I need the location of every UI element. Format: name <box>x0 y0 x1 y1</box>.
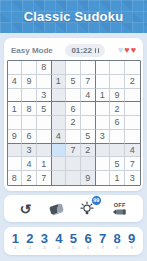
numpad-key-5[interactable]: 55 <box>70 232 77 250</box>
numpad-count: 3 <box>43 246 45 250</box>
numpad-key-2[interactable]: 22 <box>26 232 33 250</box>
timer-value: 01:22 <box>71 46 91 55</box>
hint-count-badge: 99 <box>91 195 102 206</box>
cell-r7c8[interactable] <box>110 144 125 158</box>
board-card: Easy Mode 01:22 ♥♥♥ 84915723419185622696… <box>4 38 143 191</box>
cell-r5c5[interactable]: 2 <box>66 116 81 130</box>
cell-r1c5[interactable] <box>66 61 81 75</box>
cell-r2c9[interactable]: 2 <box>125 75 140 89</box>
cell-r9c3[interactable]: 7 <box>37 171 52 185</box>
numpad-digit: 5 <box>70 232 77 245</box>
number-pad: 112233445566778899 <box>4 227 143 255</box>
numpad-count: 4 <box>58 246 60 250</box>
numpad-digit: 6 <box>84 232 91 245</box>
cell-r6c3[interactable] <box>37 130 52 144</box>
cell-r6c2[interactable]: 6 <box>22 130 37 144</box>
cell-r7c4[interactable] <box>52 144 67 158</box>
cell-r7c1[interactable] <box>8 144 23 158</box>
numpad-digit: 8 <box>113 232 120 245</box>
cell-r6c8[interactable] <box>110 130 125 144</box>
hint-button[interactable]: 99 <box>76 198 98 220</box>
eraser-button[interactable] <box>45 198 67 220</box>
cell-r1c6[interactable] <box>81 61 96 75</box>
numpad-count: 1 <box>14 246 16 250</box>
undo-icon: ↺ <box>20 202 32 216</box>
numpad-key-1[interactable]: 11 <box>12 232 19 250</box>
cell-r6c6[interactable]: 5 <box>81 130 96 144</box>
cell-r3c1[interactable] <box>8 89 23 103</box>
cell-r4c2[interactable]: 8 <box>22 102 37 116</box>
cell-r7c7[interactable] <box>96 144 111 158</box>
cell-r7c2[interactable]: 3 <box>22 144 37 158</box>
cell-r5c3[interactable] <box>37 116 52 130</box>
toolbar: ↺ 99 OFF <box>4 195 143 222</box>
cell-r4c4[interactable] <box>52 102 67 116</box>
numpad-digit: 7 <box>99 232 106 245</box>
cell-r6c4[interactable]: 4 <box>52 130 67 144</box>
cell-r6c1[interactable]: 9 <box>8 130 23 144</box>
cell-r9c1[interactable]: 8 <box>8 171 23 185</box>
numpad-key-3[interactable]: 33 <box>41 232 48 250</box>
cell-r5c7[interactable] <box>96 116 111 130</box>
cell-r6c5[interactable] <box>66 130 81 144</box>
cell-r9c4[interactable] <box>52 171 67 185</box>
cell-r8c7[interactable] <box>96 157 111 171</box>
cell-r7c3[interactable] <box>37 144 52 158</box>
cell-r8c3[interactable]: 1 <box>37 157 52 171</box>
cell-r3c5[interactable] <box>66 89 81 103</box>
cell-r8c2[interactable]: 4 <box>22 157 37 171</box>
cell-r1c4[interactable] <box>52 61 67 75</box>
cell-r3c9[interactable] <box>125 89 140 103</box>
cell-r2c5[interactable]: 5 <box>66 75 81 89</box>
app-title: Classic Sudoku <box>24 9 124 24</box>
cell-r9c2[interactable]: 2 <box>22 171 37 185</box>
cell-r3c7[interactable]: 1 <box>96 89 111 103</box>
timer-pill[interactable]: 01:22 <box>65 44 105 57</box>
numpad-digit: 4 <box>55 232 62 245</box>
cell-r5c9[interactable] <box>125 116 140 130</box>
cell-r4c8[interactable]: 2 <box>110 102 125 116</box>
cell-r1c2[interactable] <box>22 61 37 75</box>
cell-r8c8[interactable]: 5 <box>110 157 125 171</box>
numpad-key-4[interactable]: 44 <box>55 232 62 250</box>
cell-r6c7[interactable]: 3 <box>96 130 111 144</box>
heart-icon: ♥ <box>124 46 129 55</box>
cell-r5c6[interactable] <box>81 116 96 130</box>
numpad-count: 8 <box>116 246 118 250</box>
pause-icon[interactable] <box>95 48 100 53</box>
cell-r9c6[interactable]: 9 <box>81 171 96 185</box>
cell-r2c6[interactable]: 7 <box>81 75 96 89</box>
cell-r2c1[interactable]: 4 <box>8 75 23 89</box>
cell-r8c6[interactable] <box>81 157 96 171</box>
cell-r1c3[interactable]: 8 <box>37 61 52 75</box>
numpad-key-9[interactable]: 99 <box>128 232 135 250</box>
cell-r2c8[interactable] <box>110 75 125 89</box>
cell-r7c9[interactable]: 4 <box>125 144 140 158</box>
cell-r2c4[interactable]: 1 <box>52 75 67 89</box>
cell-r5c8[interactable]: 6 <box>110 116 125 130</box>
cell-r3c8[interactable]: 9 <box>110 89 125 103</box>
cell-r2c7[interactable] <box>96 75 111 89</box>
cell-r7c5[interactable]: 7 <box>66 144 81 158</box>
numpad-key-7[interactable]: 77 <box>99 232 106 250</box>
heart-icon: ♥ <box>131 46 136 55</box>
cell-r8c5[interactable] <box>66 157 81 171</box>
notes-toggle-button[interactable]: OFF <box>107 198 133 220</box>
numpad-key-6[interactable]: 66 <box>84 232 91 250</box>
cell-r5c4[interactable] <box>52 116 67 130</box>
cell-r8c1[interactable] <box>8 157 23 171</box>
cell-r9c8[interactable]: 1 <box>110 171 125 185</box>
cell-r1c8[interactable] <box>110 61 125 75</box>
cell-r9c7[interactable] <box>96 171 111 185</box>
cell-r8c9[interactable]: 7 <box>125 157 140 171</box>
banner: Classic Sudoku <box>0 0 147 33</box>
cell-r3c3[interactable]: 3 <box>37 89 52 103</box>
numpad-digit: 3 <box>41 232 48 245</box>
cell-r5c1[interactable] <box>8 116 23 130</box>
numpad-digit: 9 <box>128 232 135 245</box>
eraser-icon <box>49 203 64 215</box>
undo-button[interactable]: ↺ <box>14 198 36 220</box>
heart-icon: ♥ <box>118 46 123 55</box>
cell-r5c2[interactable] <box>22 116 37 130</box>
numpad-count: 5 <box>72 246 74 250</box>
cell-r1c7[interactable] <box>96 61 111 75</box>
pencil-icon <box>112 208 128 216</box>
cell-r1c9[interactable] <box>125 61 140 75</box>
numpad-key-8[interactable]: 88 <box>113 232 120 250</box>
cell-r2c3[interactable] <box>37 75 52 89</box>
cell-r1c1[interactable] <box>8 61 23 75</box>
cell-r6c9[interactable] <box>125 130 140 144</box>
cell-r4c7[interactable] <box>96 102 111 116</box>
cell-r4c5[interactable]: 6 <box>66 102 81 116</box>
cell-r4c3[interactable]: 5 <box>37 102 52 116</box>
sudoku-grid: 8491572341918562269645337244157827913 <box>7 60 141 186</box>
difficulty-label: Easy Mode <box>11 46 53 55</box>
numpad-count: 7 <box>101 246 103 250</box>
cell-r4c6[interactable] <box>81 102 96 116</box>
cell-r3c4[interactable] <box>52 89 67 103</box>
hud-bar: Easy Mode 01:22 ♥♥♥ <box>4 38 143 60</box>
cell-r2c2[interactable]: 9 <box>22 75 37 89</box>
cell-r3c6[interactable]: 4 <box>81 89 96 103</box>
numpad-count: 6 <box>87 246 89 250</box>
numpad-count: 9 <box>131 246 133 250</box>
cell-r9c9[interactable]: 3 <box>125 171 140 185</box>
cell-r3c2[interactable] <box>22 89 37 103</box>
cell-r9c5[interactable] <box>66 171 81 185</box>
numpad-count: 2 <box>29 246 31 250</box>
lives-indicator: ♥♥♥ <box>118 46 136 55</box>
cell-r4c9[interactable] <box>125 102 140 116</box>
cell-r8c4[interactable] <box>52 157 67 171</box>
cell-r4c1[interactable]: 1 <box>8 102 23 116</box>
numpad-digit: 2 <box>26 232 33 245</box>
numpad-digit: 1 <box>12 232 19 245</box>
cell-r7c6[interactable]: 2 <box>81 144 96 158</box>
